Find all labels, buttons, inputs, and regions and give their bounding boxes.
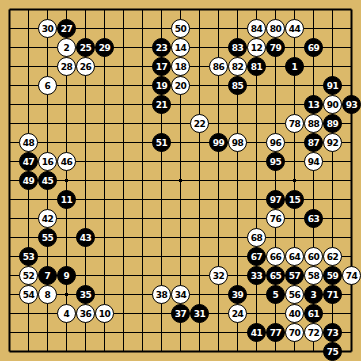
white-stone-50[interactable]: 50 [171, 19, 190, 38]
black-stone-53[interactable]: 53 [19, 247, 38, 266]
black-stone-87[interactable]: 87 [304, 133, 323, 152]
black-stone-99[interactable]: 99 [209, 133, 228, 152]
black-stone-59[interactable]: 59 [323, 266, 342, 285]
white-stone-96[interactable]: 96 [266, 133, 285, 152]
white-stone-24[interactable]: 24 [228, 304, 247, 323]
black-stone-41[interactable]: 41 [247, 323, 266, 342]
white-stone-66[interactable]: 66 [266, 247, 285, 266]
white-stone-32[interactable]: 32 [209, 266, 228, 285]
white-stone-10[interactable]: 10 [95, 304, 114, 323]
black-stone-95[interactable]: 95 [266, 152, 285, 171]
black-stone-3[interactable]: 3 [304, 285, 323, 304]
black-stone-73[interactable]: 73 [323, 323, 342, 342]
black-stone-79[interactable]: 79 [266, 38, 285, 57]
black-stone-51[interactable]: 51 [152, 133, 171, 152]
white-stone-4[interactable]: 4 [57, 304, 76, 323]
white-stone-56[interactable]: 56 [285, 285, 304, 304]
white-stone-68[interactable]: 68 [247, 228, 266, 247]
white-stone-64[interactable]: 64 [285, 247, 304, 266]
white-stone-36[interactable]: 36 [76, 304, 95, 323]
white-stone-22[interactable]: 22 [190, 114, 209, 133]
white-stone-54[interactable]: 54 [19, 285, 38, 304]
white-stone-72[interactable]: 72 [304, 323, 323, 342]
black-stone-27[interactable]: 27 [57, 19, 76, 38]
black-stone-43[interactable]: 43 [76, 228, 95, 247]
black-stone-65[interactable]: 65 [266, 266, 285, 285]
star-point [179, 179, 182, 182]
black-stone-83[interactable]: 83 [228, 38, 247, 57]
white-stone-80[interactable]: 80 [266, 19, 285, 38]
black-stone-33[interactable]: 33 [247, 266, 266, 285]
white-stone-20[interactable]: 20 [171, 76, 190, 95]
white-stone-18[interactable]: 18 [171, 57, 190, 76]
black-stone-61[interactable]: 61 [304, 304, 323, 323]
white-stone-62[interactable]: 62 [323, 247, 342, 266]
black-stone-39[interactable]: 39 [228, 285, 247, 304]
black-stone-69[interactable]: 69 [304, 38, 323, 57]
white-stone-44[interactable]: 44 [285, 19, 304, 38]
white-stone-6[interactable]: 6 [38, 76, 57, 95]
black-stone-31[interactable]: 31 [190, 304, 209, 323]
black-stone-9[interactable]: 9 [57, 266, 76, 285]
black-stone-63[interactable]: 63 [304, 209, 323, 228]
black-stone-97[interactable]: 97 [266, 190, 285, 209]
white-stone-40[interactable]: 40 [285, 304, 304, 323]
white-stone-12[interactable]: 12 [247, 38, 266, 57]
black-stone-7[interactable]: 7 [38, 266, 57, 285]
star-point [65, 293, 68, 296]
white-stone-78[interactable]: 78 [285, 114, 304, 133]
white-stone-48[interactable]: 48 [19, 133, 38, 152]
white-stone-70[interactable]: 70 [285, 323, 304, 342]
black-stone-21[interactable]: 21 [152, 95, 171, 114]
black-stone-77[interactable]: 77 [266, 323, 285, 342]
black-stone-45[interactable]: 45 [38, 171, 57, 190]
white-stone-94[interactable]: 94 [304, 152, 323, 171]
black-stone-35[interactable]: 35 [76, 285, 95, 304]
black-stone-91[interactable]: 91 [323, 76, 342, 95]
white-stone-16[interactable]: 16 [38, 152, 57, 171]
white-stone-42[interactable]: 42 [38, 209, 57, 228]
white-stone-30[interactable]: 30 [38, 19, 57, 38]
black-stone-23[interactable]: 23 [152, 38, 171, 57]
white-stone-90[interactable]: 90 [323, 95, 342, 114]
go-board[interactable]: 1234567891011121314151617181920212223242… [0, 0, 361, 361]
black-stone-81[interactable]: 81 [247, 57, 266, 76]
black-stone-5[interactable]: 5 [266, 285, 285, 304]
white-stone-28[interactable]: 28 [57, 57, 76, 76]
white-stone-60[interactable]: 60 [304, 247, 323, 266]
white-stone-74[interactable]: 74 [342, 266, 361, 285]
white-stone-92[interactable]: 92 [323, 133, 342, 152]
black-stone-47[interactable]: 47 [19, 152, 38, 171]
white-stone-98[interactable]: 98 [228, 133, 247, 152]
white-stone-46[interactable]: 46 [57, 152, 76, 171]
black-stone-93[interactable]: 93 [342, 95, 361, 114]
black-stone-15[interactable]: 15 [285, 190, 304, 209]
white-stone-2[interactable]: 2 [57, 38, 76, 57]
star-point [293, 179, 296, 182]
black-stone-13[interactable]: 13 [304, 95, 323, 114]
star-point [65, 179, 68, 182]
white-stone-34[interactable]: 34 [171, 285, 190, 304]
white-stone-82[interactable]: 82 [228, 57, 247, 76]
black-stone-17[interactable]: 17 [152, 57, 171, 76]
black-stone-85[interactable]: 85 [228, 76, 247, 95]
black-stone-89[interactable]: 89 [323, 114, 342, 133]
black-stone-25[interactable]: 25 [76, 38, 95, 57]
white-stone-52[interactable]: 52 [19, 266, 38, 285]
white-stone-14[interactable]: 14 [171, 38, 190, 57]
black-stone-75[interactable]: 75 [323, 342, 342, 361]
black-stone-67[interactable]: 67 [247, 247, 266, 266]
white-stone-86[interactable]: 86 [209, 57, 228, 76]
black-stone-49[interactable]: 49 [19, 171, 38, 190]
black-stone-55[interactable]: 55 [38, 228, 57, 247]
black-stone-37[interactable]: 37 [171, 304, 190, 323]
white-stone-26[interactable]: 26 [76, 57, 95, 76]
black-stone-19[interactable]: 19 [152, 76, 171, 95]
black-stone-57[interactable]: 57 [285, 266, 304, 285]
white-stone-88[interactable]: 88 [304, 114, 323, 133]
white-stone-38[interactable]: 38 [152, 285, 171, 304]
white-stone-58[interactable]: 58 [304, 266, 323, 285]
black-stone-29[interactable]: 29 [95, 38, 114, 57]
white-stone-84[interactable]: 84 [247, 19, 266, 38]
black-stone-71[interactable]: 71 [323, 285, 342, 304]
white-stone-76[interactable]: 76 [266, 209, 285, 228]
black-stone-1[interactable]: 1 [285, 57, 304, 76]
black-stone-11[interactable]: 11 [57, 190, 76, 209]
white-stone-8[interactable]: 8 [38, 285, 57, 304]
